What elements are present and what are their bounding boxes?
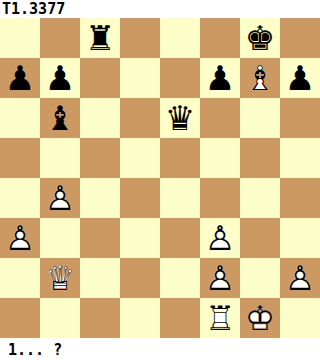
piece-white-pawn-outline: ♙	[0, 218, 40, 258]
square-b3[interactable]	[40, 218, 80, 258]
square-a1[interactable]	[0, 298, 40, 338]
piece-black-pawn[interactable]: ♟	[0, 58, 40, 98]
square-e3[interactable]	[160, 218, 200, 258]
square-f1[interactable]: ♜♖	[200, 298, 240, 338]
square-c5[interactable]	[80, 138, 120, 178]
square-d1[interactable]	[120, 298, 160, 338]
square-c4[interactable]	[80, 178, 120, 218]
square-g6[interactable]	[240, 98, 280, 138]
square-d6[interactable]	[120, 98, 160, 138]
piece-white-pawn-outline: ♙	[200, 258, 240, 298]
square-f7[interactable]: ♟	[200, 58, 240, 98]
square-b7[interactable]: ♟	[40, 58, 80, 98]
square-e8[interactable]	[160, 18, 200, 58]
square-h1[interactable]	[280, 298, 320, 338]
square-h6[interactable]	[280, 98, 320, 138]
square-c3[interactable]	[80, 218, 120, 258]
square-g7[interactable]: ♝♗	[240, 58, 280, 98]
piece-black-bishop[interactable]: ♝	[40, 98, 80, 138]
square-a2[interactable]	[0, 258, 40, 298]
square-e2[interactable]	[160, 258, 200, 298]
square-f2[interactable]: ♟♙	[200, 258, 240, 298]
piece-black-rook[interactable]: ♜	[80, 18, 120, 58]
square-c8[interactable]: ♜	[80, 18, 120, 58]
chess-board: ♜♚♟♟♟♝♗♟♝♛♟♙♟♙♟♙♛♕♟♙♟♙♜♖♚♔	[0, 18, 320, 338]
piece-white-pawn-outline: ♙	[280, 258, 320, 298]
square-b6[interactable]: ♝	[40, 98, 80, 138]
puzzle-screen: T1.3377 ♜♚♟♟♟♝♗♟♝♛♟♙♟♙♟♙♛♕♟♙♟♙♜♖♚♔ 1... …	[0, 0, 320, 360]
square-a5[interactable]	[0, 138, 40, 178]
square-g8[interactable]: ♚	[240, 18, 280, 58]
square-f5[interactable]	[200, 138, 240, 178]
square-h3[interactable]	[280, 218, 320, 258]
piece-white-pawn-outline: ♙	[40, 178, 80, 218]
piece-white-queen-outline: ♕	[40, 258, 80, 298]
square-e5[interactable]	[160, 138, 200, 178]
square-g4[interactable]	[240, 178, 280, 218]
piece-white-rook-outline: ♖	[200, 298, 240, 338]
square-b5[interactable]	[40, 138, 80, 178]
piece-white-bishop-outline: ♗	[240, 58, 280, 98]
piece-black-pawn[interactable]: ♟	[200, 58, 240, 98]
square-g2[interactable]	[240, 258, 280, 298]
square-e1[interactable]	[160, 298, 200, 338]
square-e4[interactable]	[160, 178, 200, 218]
square-f8[interactable]	[200, 18, 240, 58]
square-d8[interactable]	[120, 18, 160, 58]
square-h2[interactable]: ♟♙	[280, 258, 320, 298]
square-b8[interactable]	[40, 18, 80, 58]
square-e7[interactable]	[160, 58, 200, 98]
square-f4[interactable]	[200, 178, 240, 218]
square-c6[interactable]	[80, 98, 120, 138]
square-d2[interactable]	[120, 258, 160, 298]
square-h8[interactable]	[280, 18, 320, 58]
puzzle-id-label: T1.3377	[2, 0, 65, 18]
square-d4[interactable]	[120, 178, 160, 218]
square-a6[interactable]	[0, 98, 40, 138]
square-c2[interactable]	[80, 258, 120, 298]
piece-black-king[interactable]: ♚	[240, 18, 280, 58]
square-g3[interactable]	[240, 218, 280, 258]
piece-black-queen[interactable]: ♛	[160, 98, 200, 138]
square-a4[interactable]	[0, 178, 40, 218]
square-a7[interactable]: ♟	[0, 58, 40, 98]
square-g5[interactable]	[240, 138, 280, 178]
square-c1[interactable]	[80, 298, 120, 338]
square-f3[interactable]: ♟♙	[200, 218, 240, 258]
square-a8[interactable]	[0, 18, 40, 58]
piece-black-pawn[interactable]: ♟	[280, 58, 320, 98]
square-d5[interactable]	[120, 138, 160, 178]
move-prompt-label: 1... ?	[8, 340, 62, 360]
square-b1[interactable]	[40, 298, 80, 338]
piece-white-king-outline: ♔	[240, 298, 280, 338]
square-g1[interactable]: ♚♔	[240, 298, 280, 338]
square-h4[interactable]	[280, 178, 320, 218]
square-h7[interactable]: ♟	[280, 58, 320, 98]
square-a3[interactable]: ♟♙	[0, 218, 40, 258]
square-d3[interactable]	[120, 218, 160, 258]
piece-white-pawn-outline: ♙	[200, 218, 240, 258]
square-f6[interactable]	[200, 98, 240, 138]
square-b4[interactable]: ♟♙	[40, 178, 80, 218]
square-b2[interactable]: ♛♕	[40, 258, 80, 298]
square-h5[interactable]	[280, 138, 320, 178]
square-d7[interactable]	[120, 58, 160, 98]
square-c7[interactable]	[80, 58, 120, 98]
square-e6[interactable]: ♛	[160, 98, 200, 138]
piece-black-pawn[interactable]: ♟	[40, 58, 80, 98]
